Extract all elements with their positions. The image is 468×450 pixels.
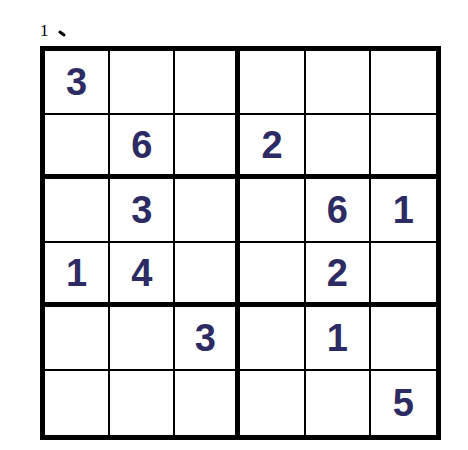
- ideographic-comma-mark: [57, 30, 65, 37]
- cell-r4c4[interactable]: [240, 243, 305, 307]
- cell-r1c4[interactable]: [240, 51, 305, 115]
- cell-r3c6[interactable]: 1: [371, 179, 436, 243]
- given-digit: 4: [131, 254, 152, 292]
- cell-r2c4[interactable]: 2: [240, 115, 305, 179]
- cell-r4c2[interactable]: 4: [110, 243, 175, 307]
- cell-r2c1[interactable]: [45, 115, 110, 179]
- cell-r1c3[interactable]: [175, 51, 240, 115]
- given-digit: 3: [131, 191, 152, 229]
- cell-r4c1[interactable]: 1: [45, 243, 110, 307]
- given-digit: 3: [66, 63, 87, 101]
- puzzle-number-label: 1: [40, 20, 66, 42]
- given-digit: 3: [195, 319, 216, 357]
- cell-r5c1[interactable]: [45, 307, 110, 371]
- given-digit: 6: [327, 191, 348, 229]
- cell-r5c4[interactable]: [240, 307, 305, 371]
- cell-r5c2[interactable]: [110, 307, 175, 371]
- cell-r4c6[interactable]: [371, 243, 436, 307]
- cell-r5c5[interactable]: 1: [306, 307, 371, 371]
- cell-r1c1[interactable]: 3: [45, 51, 110, 115]
- cell-r6c6[interactable]: 5: [371, 371, 436, 435]
- cell-r3c2[interactable]: 3: [110, 179, 175, 243]
- cell-r1c5[interactable]: [306, 51, 371, 115]
- puzzle-number: 1: [40, 20, 49, 42]
- cell-r2c5[interactable]: [306, 115, 371, 179]
- sudoku-board: 362361142315: [40, 46, 441, 440]
- cell-r4c3[interactable]: [175, 243, 240, 307]
- given-digit: 1: [393, 191, 414, 229]
- cell-r6c1[interactable]: [45, 371, 110, 435]
- cell-r1c6[interactable]: [371, 51, 436, 115]
- cell-r1c2[interactable]: [110, 51, 175, 115]
- given-digit: 1: [327, 319, 348, 357]
- cell-r3c1[interactable]: [45, 179, 110, 243]
- sudoku-worksheet: 1 362361142315: [0, 0, 468, 450]
- cell-r2c6[interactable]: [371, 115, 436, 179]
- cell-r6c2[interactable]: [110, 371, 175, 435]
- given-digit: 6: [131, 126, 152, 164]
- cell-r5c3[interactable]: 3: [175, 307, 240, 371]
- cell-r4c5[interactable]: 2: [306, 243, 371, 307]
- cell-r6c5[interactable]: [306, 371, 371, 435]
- given-digit: 1: [66, 254, 87, 292]
- cell-r6c4[interactable]: [240, 371, 305, 435]
- cell-r3c5[interactable]: 6: [306, 179, 371, 243]
- given-digit: 2: [262, 126, 283, 164]
- cell-r5c6[interactable]: [371, 307, 436, 371]
- cell-r6c3[interactable]: [175, 371, 240, 435]
- given-digit: 2: [327, 254, 348, 292]
- cell-r2c2[interactable]: 6: [110, 115, 175, 179]
- given-digit: 5: [393, 384, 414, 422]
- cell-r3c4[interactable]: [240, 179, 305, 243]
- cell-r3c3[interactable]: [175, 179, 240, 243]
- cell-r2c3[interactable]: [175, 115, 240, 179]
